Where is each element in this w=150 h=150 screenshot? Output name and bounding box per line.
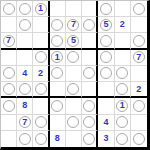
cell-r6c7[interactable] <box>98 82 114 98</box>
cell-r9c8[interactable] <box>115 131 131 147</box>
odd-circle-mark <box>3 83 15 95</box>
given-digit: 2 <box>136 85 141 94</box>
cell-r7c1[interactable] <box>1 98 17 114</box>
odd-circle-mark: 5 <box>100 19 112 31</box>
odd-circle-mark <box>83 116 95 128</box>
odd-circle-mark <box>116 67 128 79</box>
cell-r3c3[interactable] <box>33 33 49 49</box>
odd-circle-mark: 7 <box>67 19 79 31</box>
cell-r5c4[interactable] <box>50 66 66 82</box>
cell-r2c1[interactable] <box>1 17 17 33</box>
given-digit: 4 <box>22 69 27 78</box>
odd-circle-mark <box>133 35 145 47</box>
odd-circle-mark <box>83 19 95 31</box>
cell-r1c8[interactable] <box>115 1 131 17</box>
cell-r7c2[interactable]: 8 <box>17 98 33 114</box>
odd-circle-mark <box>83 100 95 112</box>
cell-r7c4[interactable] <box>50 98 66 114</box>
odd-circle-mark <box>100 35 112 47</box>
cell-r5c5[interactable] <box>66 66 82 82</box>
odd-circle-mark: 1 <box>35 3 47 15</box>
cell-r8c1[interactable] <box>1 115 17 131</box>
given-digit: 7 <box>22 118 27 127</box>
cell-r7c8[interactable]: 1 <box>115 98 131 114</box>
odd-circle-mark <box>51 35 63 47</box>
odd-circle-mark <box>35 116 47 128</box>
cell-r1c7[interactable] <box>98 1 114 17</box>
cell-r7c5[interactable] <box>66 98 82 114</box>
odd-circle-mark <box>19 19 31 31</box>
odd-circle-mark <box>133 3 145 15</box>
odd-circle-mark <box>35 133 47 145</box>
odd-circle-mark: 1 <box>51 51 63 63</box>
cell-r5c7[interactable] <box>98 66 114 82</box>
given-digit: 7 <box>136 53 141 62</box>
given-digit: 5 <box>103 20 108 29</box>
cell-r2c9[interactable] <box>131 17 147 33</box>
odd-circle-mark <box>116 116 128 128</box>
cell-r1c9[interactable] <box>131 1 147 17</box>
given-digit: 4 <box>103 118 108 127</box>
cell-r8c6[interactable] <box>82 115 98 131</box>
odd-circle-mark: 7 <box>19 116 31 128</box>
cell-r9c3[interactable] <box>33 131 49 147</box>
cell-r9c2[interactable] <box>17 131 33 147</box>
cell-r4c8[interactable] <box>115 50 131 66</box>
given-digit: 7 <box>6 36 11 45</box>
odd-circle-mark: 5 <box>67 35 79 47</box>
cell-r7c9[interactable] <box>131 98 147 114</box>
odd-circle-mark <box>3 3 15 15</box>
cell-r1c5[interactable] <box>66 1 82 17</box>
cell-r4c4[interactable]: 1 <box>50 50 66 66</box>
cell-r9c9[interactable] <box>131 131 147 147</box>
given-digit: 7 <box>71 20 76 29</box>
cell-r9c4[interactable]: 8 <box>50 131 66 147</box>
odd-circle-mark: 7 <box>3 35 15 47</box>
given-digit: 8 <box>22 101 27 110</box>
cell-r5c6[interactable] <box>82 66 98 82</box>
cell-r3c1[interactable]: 7 <box>1 33 17 49</box>
cell-r2c5[interactable]: 7 <box>66 17 82 33</box>
odd-circle-mark <box>35 51 47 63</box>
cell-r4c1[interactable] <box>1 50 17 66</box>
odd-circle-mark <box>133 100 145 112</box>
given-digit: 5 <box>71 36 76 45</box>
given-digit: 2 <box>38 69 43 78</box>
odd-circle-mark <box>116 133 128 145</box>
cell-r6c9[interactable]: 2 <box>131 82 147 98</box>
cell-r6c2[interactable] <box>17 82 33 98</box>
cell-r4c3[interactable] <box>33 50 49 66</box>
cell-r4c9[interactable]: 7 <box>131 50 147 66</box>
odd-circle-mark: 1 <box>116 100 128 112</box>
odd-circle-mark <box>100 67 112 79</box>
cell-r2c8[interactable]: 2 <box>115 17 131 33</box>
given-digit: 2 <box>120 20 125 29</box>
cell-r9c7[interactable]: 3 <box>98 131 114 147</box>
cell-r3c9[interactable] <box>131 33 147 49</box>
cell-r4c2[interactable] <box>17 50 33 66</box>
cell-r2c6[interactable] <box>82 17 98 33</box>
cell-r7c6[interactable] <box>82 98 98 114</box>
sudoku-board: 17527517422817483 <box>0 0 150 150</box>
cell-r5c1[interactable] <box>1 66 17 82</box>
cell-r6c1[interactable] <box>1 82 17 98</box>
cell-r7c3[interactable] <box>33 98 49 114</box>
given-digit: 8 <box>55 134 60 143</box>
odd-circle-mark <box>116 83 128 95</box>
cell-r8c3[interactable] <box>33 115 49 131</box>
cell-r4c7[interactable] <box>98 50 114 66</box>
cell-r3c7[interactable] <box>98 33 114 49</box>
given-digit: 3 <box>103 134 108 143</box>
given-digit: 1 <box>38 4 43 13</box>
cell-r2c7[interactable]: 5 <box>98 17 114 33</box>
odd-circle-mark <box>67 116 79 128</box>
odd-circle-mark <box>51 19 63 31</box>
cell-r9c1[interactable] <box>1 131 17 147</box>
cell-r5c8[interactable] <box>115 66 131 82</box>
odd-circle-mark <box>67 83 79 95</box>
cell-r8c4[interactable] <box>50 115 66 131</box>
cell-r9c5[interactable] <box>66 131 82 147</box>
cell-r1c3[interactable]: 1 <box>33 1 49 17</box>
odd-circle-mark: 7 <box>133 51 145 63</box>
given-digit: 1 <box>120 101 125 110</box>
odd-circle-mark <box>51 100 63 112</box>
odd-circle-mark <box>19 133 31 145</box>
cell-r8c7[interactable]: 4 <box>98 115 114 131</box>
cell-r2c4[interactable] <box>50 17 66 33</box>
cell-r6c3[interactable] <box>33 82 49 98</box>
cell-r5c3[interactable]: 2 <box>33 66 49 82</box>
cell-r1c4[interactable] <box>50 1 66 17</box>
cell-r8c2[interactable]: 7 <box>17 115 33 131</box>
odd-circle-mark <box>100 51 112 63</box>
cell-r3c2[interactable] <box>17 33 33 49</box>
cell-r9c6[interactable] <box>82 131 98 147</box>
cell-r1c6[interactable] <box>82 1 98 17</box>
cell-r8c9[interactable] <box>131 115 147 131</box>
cell-r6c4[interactable] <box>50 82 66 98</box>
cell-r1c2[interactable] <box>17 1 33 17</box>
cell-r4c6[interactable] <box>82 50 98 66</box>
cell-r2c2[interactable] <box>17 17 33 33</box>
cell-r4c5[interactable] <box>66 50 82 66</box>
cell-r7c7[interactable] <box>98 98 114 114</box>
cell-r1c1[interactable] <box>1 1 17 17</box>
odd-circle-mark <box>133 133 145 145</box>
odd-circle-mark <box>100 3 112 15</box>
given-digit: 1 <box>55 53 60 62</box>
cell-r2c3[interactable] <box>33 17 49 33</box>
odd-circle-mark <box>3 67 15 79</box>
odd-circle-mark <box>3 100 15 112</box>
odd-circle-mark <box>83 133 95 145</box>
cell-r6c6[interactable] <box>82 82 98 98</box>
odd-circle-mark <box>83 67 95 79</box>
odd-circle-mark <box>19 3 31 15</box>
cell-r3c6[interactable] <box>82 33 98 49</box>
cell-r5c2[interactable]: 4 <box>17 66 33 82</box>
cell-r5c9[interactable] <box>131 66 147 82</box>
odd-circle-mark <box>67 51 79 63</box>
cell-r6c8[interactable] <box>115 82 131 98</box>
cell-r3c4[interactable] <box>50 33 66 49</box>
cell-r3c8[interactable] <box>115 33 131 49</box>
cell-r8c5[interactable] <box>66 115 82 131</box>
odd-circle-mark <box>19 83 31 95</box>
cell-r6c5[interactable] <box>66 82 82 98</box>
cell-r3c5[interactable]: 5 <box>66 33 82 49</box>
odd-circle-mark <box>35 83 47 95</box>
cell-r8c8[interactable] <box>115 115 131 131</box>
odd-circle-mark <box>51 67 63 79</box>
